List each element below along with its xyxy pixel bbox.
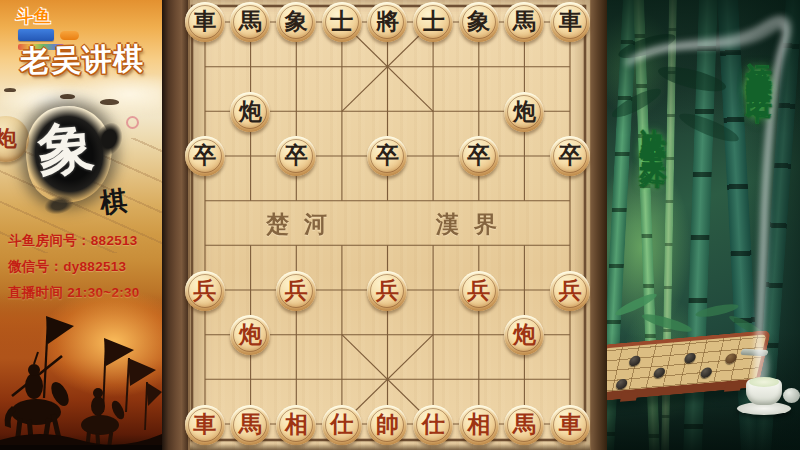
board-piece-卒[interactable]: 卒	[550, 136, 590, 176]
board-piece-炮[interactable]: 炮	[230, 315, 270, 355]
board-piece-車[interactable]: 車	[550, 405, 590, 445]
board-cell: 兵	[456, 268, 502, 313]
board-cell: 炮	[228, 89, 274, 134]
board-piece-炮[interactable]: 炮	[504, 92, 544, 132]
stream-title: 老吴讲棋	[1, 38, 162, 83]
douyu-pill-decoration	[60, 31, 79, 40]
xiangqi-seal-character-2: 棋	[98, 182, 129, 221]
board-piece-卒[interactable]: 卒	[276, 136, 316, 176]
board-cell: 將	[365, 0, 411, 45]
board-cell: 馬	[228, 402, 274, 447]
teacup	[737, 372, 797, 418]
board-cell: 兵	[547, 268, 593, 313]
room-number-line: 斗鱼房间号：882513	[8, 228, 162, 254]
board-cell: 象	[273, 0, 319, 45]
boat-decoration	[60, 94, 75, 99]
board-cell: 卒	[547, 134, 593, 179]
board-cell: 馬	[228, 0, 274, 45]
board-cell: 相	[456, 402, 502, 447]
warrior-silhouettes	[0, 300, 162, 450]
board-piece-兵[interactable]: 兵	[550, 271, 590, 311]
board-piece-馬[interactable]: 馬	[230, 405, 270, 445]
piece-grid: 車馬象士將士象馬車炮炮卒卒卒卒卒兵兵兵兵兵炮炮車馬相仕帥仕相馬車	[182, 0, 593, 447]
board-piece-象[interactable]: 象	[276, 2, 316, 42]
stream-screenshot: 斗鱼 老吴讲棋 炮 象 棋 斗鱼房间号：882513 微信号：dy882513 …	[0, 0, 800, 450]
board-piece-卒[interactable]: 卒	[185, 136, 225, 176]
board-piece-車[interactable]: 車	[185, 2, 225, 42]
board-cell: 車	[547, 402, 593, 447]
board-cell: 卒	[182, 134, 228, 179]
board-cell: 車	[547, 0, 593, 45]
board-cell: 卒	[273, 134, 319, 179]
board-piece-仕[interactable]: 仕	[413, 405, 453, 445]
wechat-line: 微信号：dy882513	[8, 254, 162, 280]
board-bottom-shade	[190, 444, 590, 450]
right-overlay-panel: 运筹帷幄之中 决胜千里之外	[607, 0, 800, 450]
board-piece-炮[interactable]: 炮	[230, 92, 270, 132]
tea-surface	[749, 377, 779, 387]
board-piece-兵[interactable]: 兵	[459, 271, 499, 311]
board-cell: 炮	[502, 89, 548, 134]
board-piece-卒[interactable]: 卒	[367, 136, 407, 176]
board-piece-兵[interactable]: 兵	[185, 271, 225, 311]
board-piece-象[interactable]: 象	[459, 2, 499, 42]
board-cell: 象	[456, 0, 502, 45]
lid-ball	[783, 388, 800, 403]
board-cell: 卒	[365, 134, 411, 179]
board-cell: 仕	[319, 402, 365, 447]
red-seal-stamp	[126, 116, 139, 129]
douyu-logo: 斗鱼	[16, 5, 52, 28]
board-piece-仕[interactable]: 仕	[322, 405, 362, 445]
boat-decoration	[4, 88, 16, 92]
left-overlay-panel: 斗鱼 老吴讲棋 炮 象 棋 斗鱼房间号：882513 微信号：dy882513 …	[0, 0, 162, 450]
motto-line-1: 运筹帷幄之中	[743, 42, 776, 342]
board-piece-馬[interactable]: 馬	[504, 405, 544, 445]
board-cell: 兵	[182, 268, 228, 313]
board-cell: 車	[182, 402, 228, 447]
xiangqi-board-panel: 楚河 漢界 車馬象士將士象馬車炮炮卒卒卒卒卒兵兵兵兵兵炮炮車馬相仕帥仕相馬車	[162, 0, 607, 450]
board-piece-士[interactable]: 士	[413, 2, 453, 42]
board-cell: 炮	[228, 313, 274, 358]
motto-line-2: 决胜千里之外	[637, 108, 670, 418]
boat-decoration	[100, 99, 119, 105]
board-piece-兵[interactable]: 兵	[276, 271, 316, 311]
board-piece-車[interactable]: 車	[550, 2, 590, 42]
board-piece-兵[interactable]: 兵	[367, 271, 407, 311]
board-piece-卒[interactable]: 卒	[459, 136, 499, 176]
board-piece-相[interactable]: 相	[459, 405, 499, 445]
board-piece-馬[interactable]: 馬	[230, 2, 270, 42]
board-piece-將[interactable]: 將	[367, 2, 407, 42]
board-piece-帥[interactable]: 帥	[367, 405, 407, 445]
board-cell: 車	[182, 0, 228, 45]
board-piece-車[interactable]: 車	[185, 405, 225, 445]
board-cell: 士	[410, 0, 456, 45]
douyu-badge	[18, 29, 54, 41]
board-cell: 炮	[502, 313, 548, 358]
board-cell: 兵	[365, 268, 411, 313]
board-cell: 士	[319, 0, 365, 45]
board-piece-炮[interactable]: 炮	[504, 315, 544, 355]
board-piece-馬[interactable]: 馬	[504, 2, 544, 42]
board-cell: 相	[273, 402, 319, 447]
board-cell: 仕	[410, 402, 456, 447]
xiangqi-seal-character: 象	[35, 110, 97, 191]
board-piece-相[interactable]: 相	[276, 405, 316, 445]
board-cell: 兵	[273, 268, 319, 313]
board-cell: 卒	[456, 134, 502, 179]
board-piece-士[interactable]: 士	[322, 2, 362, 42]
board-cell: 帥	[365, 402, 411, 447]
board-cell: 馬	[502, 402, 548, 447]
board-cell: 馬	[502, 0, 548, 45]
